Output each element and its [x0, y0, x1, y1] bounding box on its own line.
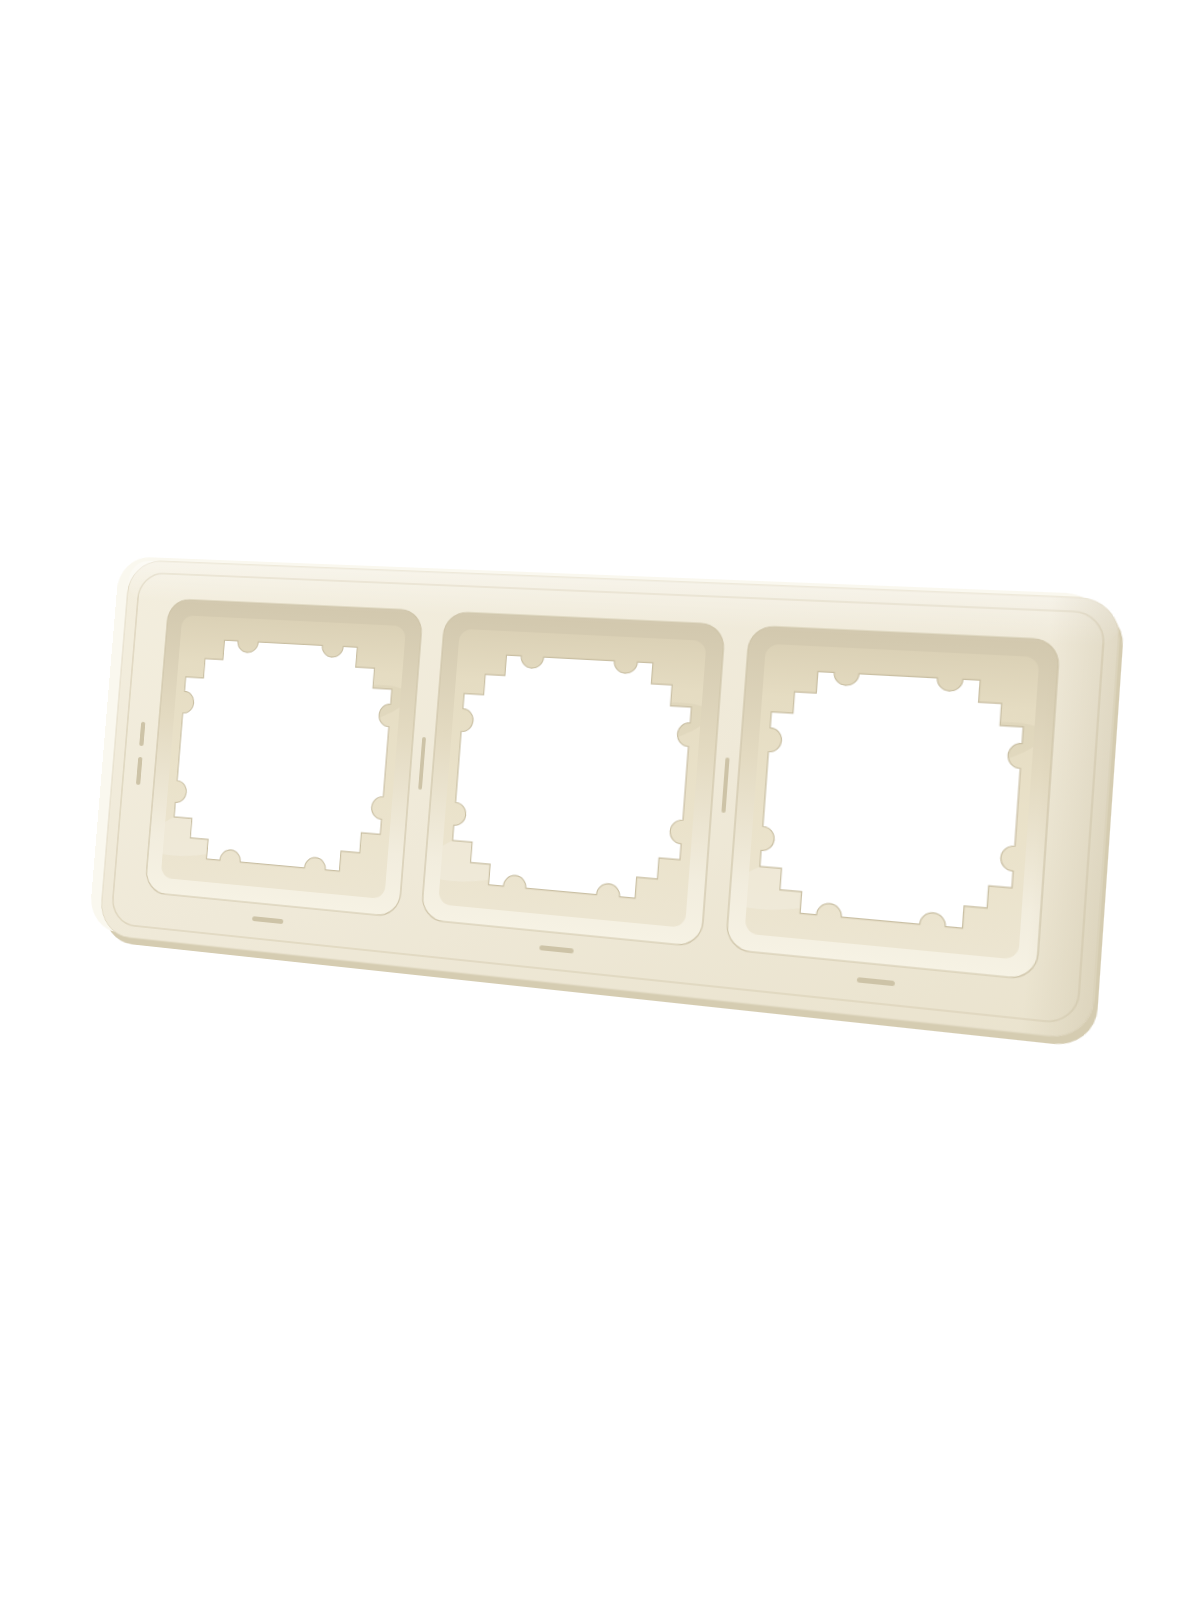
face-right-shading [99, 560, 1121, 1040]
switch-frame-graphic: Ivory-cream three-gang horizontal surrou… [90, 553, 1133, 1051]
photo-scene: Ivory-cream three-gang horizontal surrou… [0, 0, 1200, 1600]
switch-frame-object: Ivory-cream three-gang horizontal surrou… [90, 553, 1133, 1051]
